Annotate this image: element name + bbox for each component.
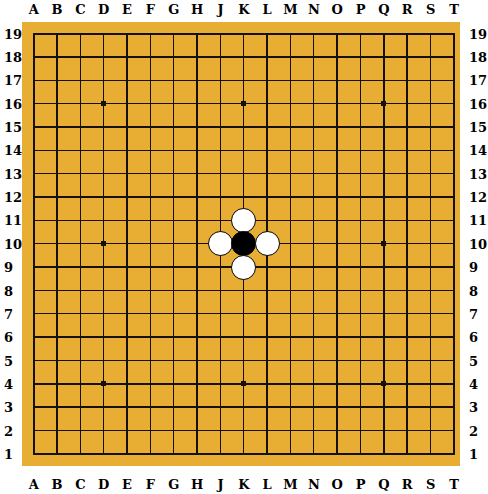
intersection[interactable]	[349, 255, 372, 278]
intersection[interactable]	[69, 162, 92, 185]
intersection[interactable]	[279, 162, 302, 185]
intersection[interactable]	[185, 255, 208, 278]
intersection[interactable]	[185, 22, 208, 45]
intersection[interactable]	[302, 279, 325, 302]
intersection[interactable]	[325, 115, 348, 138]
intersection[interactable]	[162, 396, 185, 419]
intersection[interactable]	[442, 279, 465, 302]
intersection[interactable]	[209, 349, 232, 372]
intersection[interactable]	[22, 372, 45, 395]
intersection[interactable]	[349, 45, 372, 68]
intersection[interactable]	[255, 372, 278, 395]
intersection[interactable]	[92, 419, 115, 442]
intersection[interactable]	[325, 372, 348, 395]
intersection[interactable]	[69, 442, 92, 465]
intersection[interactable]	[232, 232, 255, 255]
intersection[interactable]	[162, 325, 185, 348]
intersection[interactable]	[209, 22, 232, 45]
intersection[interactable]	[372, 185, 395, 208]
intersection[interactable]	[209, 185, 232, 208]
intersection[interactable]	[302, 92, 325, 115]
intersection[interactable]	[325, 302, 348, 325]
intersection[interactable]	[115, 69, 138, 92]
intersection[interactable]	[442, 232, 465, 255]
intersection[interactable]	[396, 92, 419, 115]
intersection[interactable]	[325, 255, 348, 278]
intersection[interactable]	[69, 232, 92, 255]
intersection[interactable]	[372, 372, 395, 395]
intersection[interactable]	[396, 349, 419, 372]
intersection[interactable]	[115, 45, 138, 68]
intersection[interactable]	[162, 279, 185, 302]
intersection[interactable]	[302, 185, 325, 208]
intersection[interactable]	[232, 45, 255, 68]
intersection[interactable]	[139, 92, 162, 115]
intersection[interactable]	[349, 302, 372, 325]
intersection[interactable]	[92, 325, 115, 348]
intersection[interactable]	[162, 349, 185, 372]
intersection[interactable]	[115, 115, 138, 138]
intersection[interactable]	[419, 396, 442, 419]
intersection[interactable]	[349, 69, 372, 92]
intersection[interactable]	[232, 92, 255, 115]
intersection[interactable]	[69, 255, 92, 278]
intersection[interactable]	[139, 139, 162, 162]
intersection[interactable]	[255, 325, 278, 348]
intersection[interactable]	[162, 302, 185, 325]
intersection[interactable]	[419, 442, 442, 465]
intersection[interactable]	[185, 139, 208, 162]
intersection[interactable]	[45, 115, 68, 138]
intersection[interactable]	[232, 162, 255, 185]
intersection[interactable]	[279, 22, 302, 45]
intersection[interactable]	[139, 185, 162, 208]
intersection[interactable]	[302, 45, 325, 68]
intersection[interactable]	[69, 139, 92, 162]
intersection[interactable]	[372, 22, 395, 45]
intersection[interactable]	[22, 162, 45, 185]
intersection[interactable]	[69, 115, 92, 138]
intersection[interactable]	[396, 185, 419, 208]
intersection[interactable]	[45, 279, 68, 302]
intersection[interactable]	[442, 22, 465, 45]
intersection[interactable]	[232, 396, 255, 419]
intersection[interactable]	[302, 255, 325, 278]
intersection[interactable]	[279, 419, 302, 442]
intersection[interactable]	[372, 162, 395, 185]
intersection[interactable]	[442, 349, 465, 372]
intersection[interactable]	[232, 325, 255, 348]
intersection[interactable]	[92, 232, 115, 255]
intersection[interactable]	[139, 325, 162, 348]
intersection[interactable]	[162, 255, 185, 278]
intersection[interactable]	[232, 185, 255, 208]
intersection[interactable]	[209, 232, 232, 255]
intersection[interactable]	[209, 162, 232, 185]
intersection[interactable]	[396, 302, 419, 325]
intersection[interactable]	[22, 69, 45, 92]
intersection[interactable]	[92, 22, 115, 45]
intersection[interactable]	[349, 139, 372, 162]
intersection[interactable]	[442, 255, 465, 278]
intersection[interactable]	[419, 255, 442, 278]
intersection[interactable]	[349, 442, 372, 465]
intersection[interactable]	[139, 232, 162, 255]
intersection[interactable]	[232, 209, 255, 232]
intersection[interactable]	[22, 325, 45, 348]
intersection[interactable]	[325, 139, 348, 162]
intersection[interactable]	[255, 232, 278, 255]
intersection[interactable]	[279, 232, 302, 255]
intersection[interactable]	[442, 92, 465, 115]
intersection[interactable]	[325, 419, 348, 442]
intersection[interactable]	[92, 69, 115, 92]
intersection[interactable]	[22, 349, 45, 372]
intersection[interactable]	[162, 372, 185, 395]
intersection[interactable]	[209, 419, 232, 442]
intersection[interactable]	[209, 69, 232, 92]
intersection[interactable]	[45, 302, 68, 325]
intersection[interactable]	[396, 372, 419, 395]
intersection[interactable]	[22, 442, 45, 465]
intersection[interactable]	[325, 396, 348, 419]
intersection[interactable]	[45, 419, 68, 442]
intersection[interactable]	[139, 419, 162, 442]
intersection[interactable]	[185, 69, 208, 92]
intersection[interactable]	[255, 349, 278, 372]
intersection[interactable]	[22, 302, 45, 325]
intersection[interactable]	[69, 302, 92, 325]
intersection[interactable]	[92, 185, 115, 208]
intersection[interactable]	[442, 442, 465, 465]
intersection[interactable]	[92, 92, 115, 115]
intersection[interactable]	[92, 255, 115, 278]
intersection[interactable]	[302, 372, 325, 395]
intersection[interactable]	[162, 139, 185, 162]
intersection[interactable]	[162, 419, 185, 442]
intersection[interactable]	[115, 92, 138, 115]
intersection[interactable]	[419, 232, 442, 255]
intersection[interactable]	[442, 69, 465, 92]
intersection[interactable]	[325, 232, 348, 255]
intersection[interactable]	[419, 45, 442, 68]
intersection[interactable]	[349, 232, 372, 255]
intersection[interactable]	[279, 45, 302, 68]
intersection[interactable]	[302, 396, 325, 419]
intersection[interactable]	[349, 162, 372, 185]
intersection[interactable]	[185, 396, 208, 419]
intersection[interactable]	[325, 162, 348, 185]
intersection[interactable]	[45, 139, 68, 162]
intersection[interactable]	[396, 69, 419, 92]
intersection[interactable]	[185, 162, 208, 185]
intersection[interactable]	[185, 372, 208, 395]
intersection[interactable]	[372, 279, 395, 302]
intersection[interactable]	[349, 115, 372, 138]
intersection[interactable]	[139, 22, 162, 45]
intersection[interactable]	[419, 279, 442, 302]
intersection[interactable]	[396, 396, 419, 419]
intersection[interactable]	[185, 185, 208, 208]
intersection[interactable]	[255, 115, 278, 138]
intersection[interactable]	[442, 162, 465, 185]
intersection[interactable]	[396, 442, 419, 465]
intersection[interactable]	[162, 69, 185, 92]
intersection[interactable]	[92, 115, 115, 138]
intersection[interactable]	[22, 139, 45, 162]
intersection[interactable]	[209, 396, 232, 419]
intersection[interactable]	[442, 45, 465, 68]
intersection[interactable]	[419, 372, 442, 395]
intersection[interactable]	[209, 139, 232, 162]
intersection[interactable]	[372, 325, 395, 348]
intersection[interactable]	[92, 45, 115, 68]
intersection[interactable]	[279, 349, 302, 372]
intersection[interactable]	[325, 442, 348, 465]
intersection[interactable]	[372, 232, 395, 255]
intersection[interactable]	[185, 419, 208, 442]
intersection[interactable]	[302, 162, 325, 185]
intersection[interactable]	[279, 279, 302, 302]
intersection[interactable]	[162, 209, 185, 232]
intersection[interactable]	[69, 396, 92, 419]
intersection[interactable]	[45, 232, 68, 255]
intersection[interactable]	[255, 139, 278, 162]
intersection[interactable]	[372, 209, 395, 232]
intersection[interactable]	[325, 45, 348, 68]
intersection[interactable]	[255, 255, 278, 278]
intersection[interactable]	[115, 349, 138, 372]
intersection[interactable]	[115, 139, 138, 162]
intersection[interactable]	[45, 209, 68, 232]
intersection[interactable]	[22, 396, 45, 419]
intersection[interactable]	[442, 302, 465, 325]
intersection[interactable]	[419, 209, 442, 232]
intersection[interactable]	[69, 279, 92, 302]
intersection[interactable]	[372, 396, 395, 419]
intersection[interactable]	[279, 255, 302, 278]
intersection[interactable]	[302, 232, 325, 255]
intersection[interactable]	[162, 22, 185, 45]
intersection[interactable]	[139, 69, 162, 92]
intersection[interactable]	[162, 232, 185, 255]
intersection[interactable]	[139, 302, 162, 325]
intersection[interactable]	[232, 442, 255, 465]
intersection[interactable]	[22, 22, 45, 45]
intersection[interactable]	[69, 372, 92, 395]
intersection[interactable]	[279, 92, 302, 115]
intersection[interactable]	[419, 115, 442, 138]
intersection[interactable]	[396, 325, 419, 348]
intersection[interactable]	[279, 325, 302, 348]
intersection[interactable]	[115, 162, 138, 185]
intersection[interactable]	[396, 22, 419, 45]
intersection[interactable]	[255, 419, 278, 442]
intersection[interactable]	[139, 279, 162, 302]
intersection[interactable]	[372, 115, 395, 138]
intersection[interactable]	[255, 69, 278, 92]
intersection[interactable]	[45, 255, 68, 278]
intersection[interactable]	[279, 396, 302, 419]
intersection[interactable]	[396, 139, 419, 162]
intersection[interactable]	[115, 209, 138, 232]
intersection[interactable]	[209, 372, 232, 395]
intersection[interactable]	[22, 92, 45, 115]
intersection[interactable]	[302, 209, 325, 232]
intersection[interactable]	[442, 372, 465, 395]
intersection[interactable]	[279, 302, 302, 325]
intersection[interactable]	[22, 115, 45, 138]
intersection[interactable]	[302, 22, 325, 45]
intersection[interactable]	[232, 69, 255, 92]
intersection[interactable]	[92, 139, 115, 162]
intersection[interactable]	[372, 92, 395, 115]
intersection[interactable]	[45, 349, 68, 372]
intersection[interactable]	[69, 69, 92, 92]
intersection[interactable]	[255, 92, 278, 115]
intersection[interactable]	[162, 115, 185, 138]
intersection[interactable]	[442, 396, 465, 419]
intersection[interactable]	[115, 279, 138, 302]
intersection[interactable]	[302, 325, 325, 348]
intersection[interactable]	[442, 115, 465, 138]
intersection[interactable]	[279, 442, 302, 465]
intersection[interactable]	[419, 139, 442, 162]
intersection[interactable]	[185, 92, 208, 115]
intersection[interactable]	[396, 255, 419, 278]
intersection[interactable]	[396, 419, 419, 442]
intersection[interactable]	[325, 92, 348, 115]
intersection[interactable]	[419, 349, 442, 372]
intersection[interactable]	[372, 442, 395, 465]
intersection[interactable]	[442, 139, 465, 162]
intersection[interactable]	[419, 419, 442, 442]
intersection[interactable]	[349, 92, 372, 115]
intersection[interactable]	[255, 279, 278, 302]
intersection[interactable]	[209, 92, 232, 115]
intersection[interactable]	[232, 279, 255, 302]
intersection[interactable]	[279, 139, 302, 162]
intersection[interactable]	[115, 255, 138, 278]
intersection[interactable]	[255, 45, 278, 68]
intersection[interactable]	[442, 419, 465, 442]
intersection[interactable]	[92, 209, 115, 232]
intersection[interactable]	[162, 442, 185, 465]
intersection[interactable]	[69, 325, 92, 348]
intersection[interactable]	[139, 255, 162, 278]
intersection[interactable]	[442, 325, 465, 348]
intersection[interactable]	[349, 349, 372, 372]
intersection[interactable]	[45, 92, 68, 115]
intersection[interactable]	[115, 442, 138, 465]
intersection[interactable]	[115, 419, 138, 442]
intersection[interactable]	[139, 372, 162, 395]
intersection[interactable]	[349, 279, 372, 302]
intersection[interactable]	[419, 325, 442, 348]
intersection[interactable]	[349, 325, 372, 348]
intersection[interactable]	[209, 279, 232, 302]
intersection[interactable]	[209, 442, 232, 465]
intersection[interactable]	[45, 22, 68, 45]
intersection[interactable]	[162, 162, 185, 185]
intersection[interactable]	[419, 302, 442, 325]
intersection[interactable]	[45, 185, 68, 208]
intersection[interactable]	[209, 302, 232, 325]
intersection[interactable]	[372, 349, 395, 372]
intersection[interactable]	[139, 45, 162, 68]
intersection[interactable]	[442, 185, 465, 208]
intersection[interactable]	[209, 45, 232, 68]
intersection[interactable]	[92, 162, 115, 185]
intersection[interactable]	[302, 442, 325, 465]
intersection[interactable]	[69, 349, 92, 372]
intersection[interactable]	[372, 139, 395, 162]
intersection[interactable]	[45, 162, 68, 185]
intersection[interactable]	[302, 139, 325, 162]
intersection[interactable]	[419, 92, 442, 115]
intersection[interactable]	[185, 302, 208, 325]
intersection[interactable]	[22, 232, 45, 255]
intersection[interactable]	[255, 162, 278, 185]
intersection[interactable]	[279, 185, 302, 208]
intersection[interactable]	[69, 22, 92, 45]
intersection[interactable]	[325, 279, 348, 302]
intersection[interactable]	[349, 209, 372, 232]
intersection[interactable]	[232, 115, 255, 138]
intersection[interactable]	[279, 209, 302, 232]
intersection[interactable]	[22, 45, 45, 68]
intersection[interactable]	[139, 115, 162, 138]
intersection[interactable]	[69, 419, 92, 442]
intersection[interactable]	[185, 232, 208, 255]
intersection[interactable]	[255, 209, 278, 232]
intersection[interactable]	[45, 396, 68, 419]
intersection[interactable]	[22, 255, 45, 278]
intersection[interactable]	[185, 325, 208, 348]
intersection[interactable]	[162, 92, 185, 115]
intersection[interactable]	[115, 302, 138, 325]
intersection[interactable]	[185, 279, 208, 302]
intersection[interactable]	[419, 185, 442, 208]
intersection[interactable]	[162, 45, 185, 68]
intersection[interactable]	[302, 115, 325, 138]
intersection[interactable]	[69, 185, 92, 208]
intersection[interactable]	[372, 255, 395, 278]
intersection[interactable]	[302, 302, 325, 325]
intersection[interactable]	[115, 22, 138, 45]
intersection[interactable]	[45, 45, 68, 68]
intersection[interactable]	[349, 396, 372, 419]
intersection[interactable]	[232, 372, 255, 395]
intersection[interactable]	[349, 419, 372, 442]
intersection[interactable]	[419, 22, 442, 45]
intersection[interactable]	[45, 325, 68, 348]
intersection[interactable]	[279, 372, 302, 395]
intersection[interactable]	[396, 209, 419, 232]
intersection[interactable]	[115, 396, 138, 419]
intersection[interactable]	[209, 255, 232, 278]
intersection[interactable]	[22, 279, 45, 302]
intersection[interactable]	[396, 232, 419, 255]
intersection[interactable]	[139, 396, 162, 419]
intersection[interactable]	[255, 396, 278, 419]
intersection[interactable]	[92, 302, 115, 325]
intersection[interactable]	[372, 419, 395, 442]
intersection[interactable]	[69, 209, 92, 232]
intersection[interactable]	[45, 372, 68, 395]
intersection[interactable]	[396, 45, 419, 68]
intersection[interactable]	[396, 279, 419, 302]
